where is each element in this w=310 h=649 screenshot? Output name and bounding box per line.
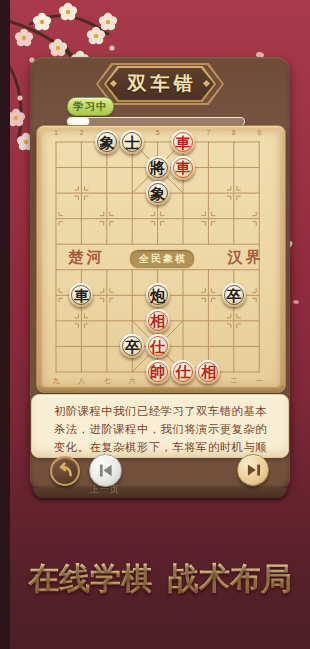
piece-char: 炮 (146, 283, 170, 307)
piece-black-chariot[interactable]: 車 (69, 283, 93, 307)
piece-red-advisor[interactable]: 仕 (171, 360, 195, 384)
skip-previous-icon (90, 455, 121, 486)
piece-char: 將 (146, 156, 170, 180)
page-title: 双车错 (104, 66, 216, 102)
piece-red-advisor[interactable]: 仕 (146, 334, 170, 358)
piece-char: 車 (171, 130, 195, 154)
footer-title: 在线学棋 战术布局 (10, 558, 310, 600)
piece-char: 士 (120, 130, 144, 154)
piece-layer: 象士車將車象車炮卒相卒仕帥仕相 (37, 126, 285, 392)
lesson-text-card: 初阶课程中我们已经学习了双车错的基本杀法，进阶课程中，我们将演示更复杂的变化。在… (31, 394, 289, 458)
piece-red-general[interactable]: 帥 (146, 360, 170, 384)
piece-black-general[interactable]: 將 (146, 156, 170, 180)
piece-char: 相 (146, 309, 170, 333)
status-badge: 学习中 (67, 97, 114, 116)
piece-black-cannon[interactable]: 炮 (146, 283, 170, 307)
piece-black-elephant[interactable]: 象 (95, 130, 119, 154)
prev-page-label: 上一页 (85, 483, 125, 496)
progress-fill (68, 118, 89, 125)
piece-red-chariot[interactable]: 車 (171, 130, 195, 154)
piece-char: 帥 (146, 360, 170, 384)
piece-char: 象 (146, 181, 170, 205)
piece-char: 卒 (120, 334, 144, 358)
piece-char: 仕 (171, 360, 195, 384)
piece-black-elephant[interactable]: 象 (146, 181, 170, 205)
next-page-label: 下一页 (231, 481, 275, 494)
piece-char: 卒 (222, 283, 246, 307)
xiangqi-board: 123456789 九八七六五四三二一 楚河 汉界 全民象棋 象士車將車象車炮卒… (36, 125, 286, 393)
piece-black-soldier[interactable]: 卒 (120, 334, 144, 358)
piece-red-elephant[interactable]: 相 (146, 309, 170, 333)
piece-char: 車 (171, 156, 195, 180)
petal-decoration (293, 299, 300, 304)
piece-char: 相 (196, 360, 220, 384)
piece-char: 象 (95, 130, 119, 154)
undo-arrow-icon (52, 458, 78, 484)
piece-red-chariot[interactable]: 車 (171, 156, 195, 180)
piece-char: 車 (69, 283, 93, 307)
back-button[interactable] (50, 456, 80, 486)
app-screen: 双车错 学习中 123456789 九八七六五四三二一 楚河 汉界 全民象棋 象… (10, 0, 310, 649)
piece-red-elephant[interactable]: 相 (196, 360, 220, 384)
piece-char: 仕 (146, 334, 170, 358)
piece-black-advisor[interactable]: 士 (120, 130, 144, 154)
piece-black-soldier[interactable]: 卒 (222, 283, 246, 307)
